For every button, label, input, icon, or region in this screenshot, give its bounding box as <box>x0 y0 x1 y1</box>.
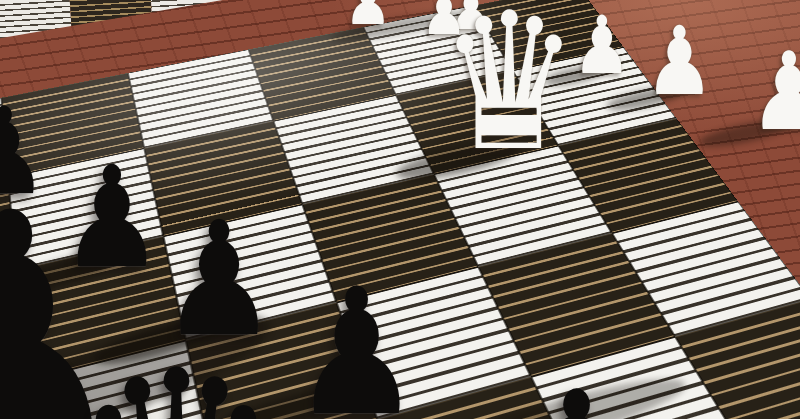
white-pawn-piece[interactable]: ♟ <box>745 38 800 146</box>
distant-board-square <box>69 0 153 35</box>
white-queen-piece[interactable]: ♛ <box>431 0 587 178</box>
distant-board-square <box>231 0 315 25</box>
giant-chess-photo: ♟♟♟♛♟♟♟♟♟♟♟♟♛♟ <box>0 0 800 419</box>
white-pawn-piece[interactable]: ♟ <box>640 14 718 109</box>
distant-board-square <box>150 0 234 30</box>
black-pawn-piece[interactable]: ♟ <box>284 265 428 419</box>
black-pawn-piece[interactable]: ♟ <box>492 365 660 419</box>
white-pawn-piece[interactable]: ♟ <box>342 0 394 34</box>
distant-board-square <box>0 0 72 40</box>
black-queen-piece[interactable]: ♛ <box>57 333 295 419</box>
